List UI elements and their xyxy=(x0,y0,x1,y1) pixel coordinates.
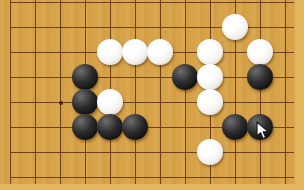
star-point xyxy=(59,101,63,105)
black-stone xyxy=(247,114,273,140)
board-right-margin xyxy=(295,0,304,190)
grid-hline xyxy=(10,102,294,103)
white-stone xyxy=(222,14,248,40)
white-stone xyxy=(197,139,223,165)
screenshot-stage xyxy=(0,0,304,190)
black-stone xyxy=(72,89,98,115)
white-stone xyxy=(97,89,123,115)
white-stone xyxy=(147,39,173,65)
grid-hline xyxy=(10,27,294,28)
white-stone xyxy=(197,89,223,115)
black-stone xyxy=(122,114,148,140)
black-stone xyxy=(97,114,123,140)
black-stone xyxy=(247,64,273,90)
black-stone xyxy=(72,114,98,140)
grid-hline xyxy=(10,2,294,3)
grid-hline xyxy=(10,177,294,178)
black-stone xyxy=(72,64,98,90)
white-stone xyxy=(97,39,123,65)
white-stone xyxy=(197,39,223,65)
board-bottom-margin xyxy=(0,184,304,190)
white-stone xyxy=(197,64,223,90)
white-stone xyxy=(122,39,148,65)
grid-hline xyxy=(10,152,294,153)
black-stone xyxy=(172,64,198,90)
black-stone xyxy=(222,114,248,140)
go-board[interactable] xyxy=(0,0,304,190)
white-stone xyxy=(247,39,273,65)
